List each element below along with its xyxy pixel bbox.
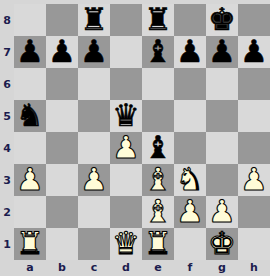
- square-h1[interactable]: [238, 228, 270, 260]
- white-bishop[interactable]: ♝: [144, 164, 172, 195]
- square-e2[interactable]: ♝: [142, 196, 174, 228]
- square-f6[interactable]: [174, 68, 206, 100]
- square-e3[interactable]: ♝: [142, 164, 174, 196]
- square-g1[interactable]: ♚: [206, 228, 238, 260]
- square-g2[interactable]: ♟: [206, 196, 238, 228]
- black-pawn[interactable]: ♟: [176, 36, 204, 67]
- square-a1[interactable]: ♜: [14, 228, 46, 260]
- rank-label-7: 7: [0, 36, 14, 68]
- square-d6[interactable]: [110, 68, 142, 100]
- square-d7[interactable]: [110, 36, 142, 68]
- black-bishop[interactable]: ♝: [144, 36, 172, 67]
- square-a2[interactable]: [14, 196, 46, 228]
- file-label-g: g: [206, 260, 238, 276]
- square-b6[interactable]: [46, 68, 78, 100]
- rank-label-3: 3: [0, 164, 14, 196]
- white-bishop[interactable]: ♝: [144, 196, 172, 227]
- square-c6[interactable]: [78, 68, 110, 100]
- black-pawn[interactable]: ♟: [208, 36, 236, 67]
- square-b8[interactable]: [46, 4, 78, 36]
- square-h6[interactable]: [238, 68, 270, 100]
- square-a6[interactable]: [14, 68, 46, 100]
- square-f4[interactable]: [174, 132, 206, 164]
- white-pawn[interactable]: ♟: [240, 164, 268, 195]
- chess-board: ♜♜♚♟♟♟♝♟♟♟♞♛♟♝♟♟♝♞♟♝♟♟♜♛♜♚: [14, 4, 270, 260]
- white-pawn[interactable]: ♟: [112, 132, 140, 163]
- square-h3[interactable]: ♟: [238, 164, 270, 196]
- square-d3[interactable]: [110, 164, 142, 196]
- white-knight[interactable]: ♞: [176, 164, 204, 195]
- square-f8[interactable]: [174, 4, 206, 36]
- black-pawn[interactable]: ♟: [240, 36, 268, 67]
- square-e1[interactable]: ♜: [142, 228, 174, 260]
- square-g6[interactable]: [206, 68, 238, 100]
- square-e8[interactable]: ♜: [142, 4, 174, 36]
- square-g8[interactable]: ♚: [206, 4, 238, 36]
- square-c3[interactable]: ♟: [78, 164, 110, 196]
- square-a3[interactable]: ♟: [14, 164, 46, 196]
- square-d8[interactable]: [110, 4, 142, 36]
- square-b7[interactable]: ♟: [46, 36, 78, 68]
- square-c1[interactable]: [78, 228, 110, 260]
- square-c8[interactable]: ♜: [78, 4, 110, 36]
- square-f7[interactable]: ♟: [174, 36, 206, 68]
- square-a8[interactable]: [14, 4, 46, 36]
- rank-label-6: 6: [0, 68, 14, 100]
- square-h7[interactable]: ♟: [238, 36, 270, 68]
- white-pawn[interactable]: ♟: [16, 164, 44, 195]
- square-g4[interactable]: [206, 132, 238, 164]
- chess-diagram: 87654321 ♜♜♚♟♟♟♝♟♟♟♞♛♟♝♟♟♝♞♟♝♟♟♜♛♜♚ abcd…: [0, 0, 270, 276]
- square-g3[interactable]: [206, 164, 238, 196]
- black-rook[interactable]: ♜: [144, 4, 172, 35]
- square-g5[interactable]: [206, 100, 238, 132]
- file-label-d: d: [110, 260, 142, 276]
- square-c7[interactable]: ♟: [78, 36, 110, 68]
- square-d4[interactable]: ♟: [110, 132, 142, 164]
- square-h8[interactable]: [238, 4, 270, 36]
- square-e5[interactable]: [142, 100, 174, 132]
- square-h2[interactable]: [238, 196, 270, 228]
- rank-label-5: 5: [0, 100, 14, 132]
- square-d5[interactable]: ♛: [110, 100, 142, 132]
- white-rook[interactable]: ♜: [16, 228, 44, 259]
- white-pawn[interactable]: ♟: [208, 196, 236, 227]
- square-a4[interactable]: [14, 132, 46, 164]
- square-f5[interactable]: [174, 100, 206, 132]
- square-b5[interactable]: [46, 100, 78, 132]
- square-c5[interactable]: [78, 100, 110, 132]
- square-a5[interactable]: ♞: [14, 100, 46, 132]
- square-h4[interactable]: [238, 132, 270, 164]
- file-label-a: a: [14, 260, 46, 276]
- file-labels: abcdefgh: [14, 260, 270, 276]
- file-label-e: e: [142, 260, 174, 276]
- file-label-b: b: [46, 260, 78, 276]
- black-pawn[interactable]: ♟: [16, 36, 44, 67]
- square-b2[interactable]: [46, 196, 78, 228]
- square-c4[interactable]: [78, 132, 110, 164]
- rank-labels: 87654321: [0, 4, 14, 260]
- square-h5[interactable]: [238, 100, 270, 132]
- white-rook[interactable]: ♜: [144, 228, 172, 259]
- black-rook[interactable]: ♜: [80, 4, 108, 35]
- rank-label-8: 8: [0, 4, 14, 36]
- white-king[interactable]: ♚: [208, 228, 236, 259]
- square-f3[interactable]: ♞: [174, 164, 206, 196]
- file-label-h: h: [238, 260, 270, 276]
- square-f1[interactable]: [174, 228, 206, 260]
- file-label-c: c: [78, 260, 110, 276]
- square-c2[interactable]: [78, 196, 110, 228]
- square-e7[interactable]: ♝: [142, 36, 174, 68]
- square-a7[interactable]: ♟: [14, 36, 46, 68]
- rank-label-4: 4: [0, 132, 14, 164]
- square-d2[interactable]: [110, 196, 142, 228]
- square-f2[interactable]: ♟: [174, 196, 206, 228]
- black-pawn[interactable]: ♟: [80, 36, 108, 67]
- rank-label-1: 1: [0, 228, 14, 260]
- black-knight[interactable]: ♞: [16, 100, 44, 131]
- white-pawn[interactable]: ♟: [176, 196, 204, 227]
- rank-label-2: 2: [0, 196, 14, 228]
- black-queen[interactable]: ♛: [112, 100, 140, 131]
- black-king[interactable]: ♚: [208, 4, 236, 35]
- square-e4[interactable]: ♝: [142, 132, 174, 164]
- square-g7[interactable]: ♟: [206, 36, 238, 68]
- square-e6[interactable]: [142, 68, 174, 100]
- square-b1[interactable]: [46, 228, 78, 260]
- file-label-f: f: [174, 260, 206, 276]
- square-d1[interactable]: ♛: [110, 228, 142, 260]
- white-pawn[interactable]: ♟: [80, 164, 108, 195]
- black-bishop[interactable]: ♝: [144, 132, 172, 163]
- white-queen[interactable]: ♛: [112, 228, 140, 259]
- square-b4[interactable]: [46, 132, 78, 164]
- square-b3[interactable]: [46, 164, 78, 196]
- black-pawn[interactable]: ♟: [48, 36, 76, 67]
